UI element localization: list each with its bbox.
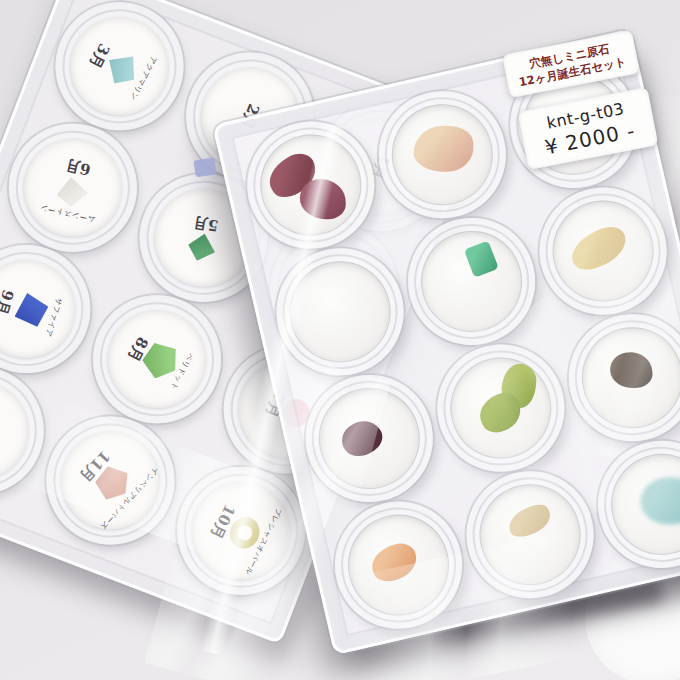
specimen-jar-r4c1 [322, 489, 474, 641]
month-label-disc: サファイア9月 [0, 246, 90, 373]
specimen-jar-r1c2 [366, 79, 518, 231]
specimen-jar-r4c2 [454, 459, 606, 611]
specimen-jar-r3c3 [556, 302, 680, 454]
month-text: 9月 [0, 287, 17, 317]
stone-name-text: ムーンストーン [38, 202, 96, 225]
stone-name-text: サファイア [42, 296, 64, 338]
month-label-disc: プレシャスオパール10月 [178, 467, 305, 594]
month-label-disc: アクアマリン3月 [56, 3, 183, 130]
corner-sticker [193, 157, 216, 177]
specimen-jar-r2c3 [527, 175, 679, 327]
month-label-disc: インペリアルトパーズ11月 [47, 417, 174, 544]
month-text: 3月 [85, 40, 113, 71]
gem-jar-nov: インペリアルトパーズ11月 [28, 398, 193, 563]
cotton-pad [411, 221, 532, 342]
month-label-disc: ムーンストーン6月 [10, 124, 137, 251]
specimen-jar-r4c3 [585, 428, 680, 580]
specimen-jar-r3c1 [293, 362, 445, 514]
gem-jun [53, 175, 91, 210]
month-text: 5月 [192, 212, 220, 235]
specimen-jar-r2c2 [395, 205, 547, 357]
month-label-disc: 12月 [0, 367, 43, 494]
month-text: 6月 [63, 155, 92, 179]
specimen-jar-r3c2 [425, 332, 577, 484]
specimen-jar-r2c1 [264, 236, 416, 388]
scene: アクアマリン3月2月1月ムーンストーン6月5月4月サファイア9月ペリドット8月7… [0, 0, 680, 680]
cotton-pad [279, 251, 400, 372]
month-label-disc: ペリドット8月 [94, 296, 221, 423]
specimen-jar-r1c1 [235, 109, 387, 261]
